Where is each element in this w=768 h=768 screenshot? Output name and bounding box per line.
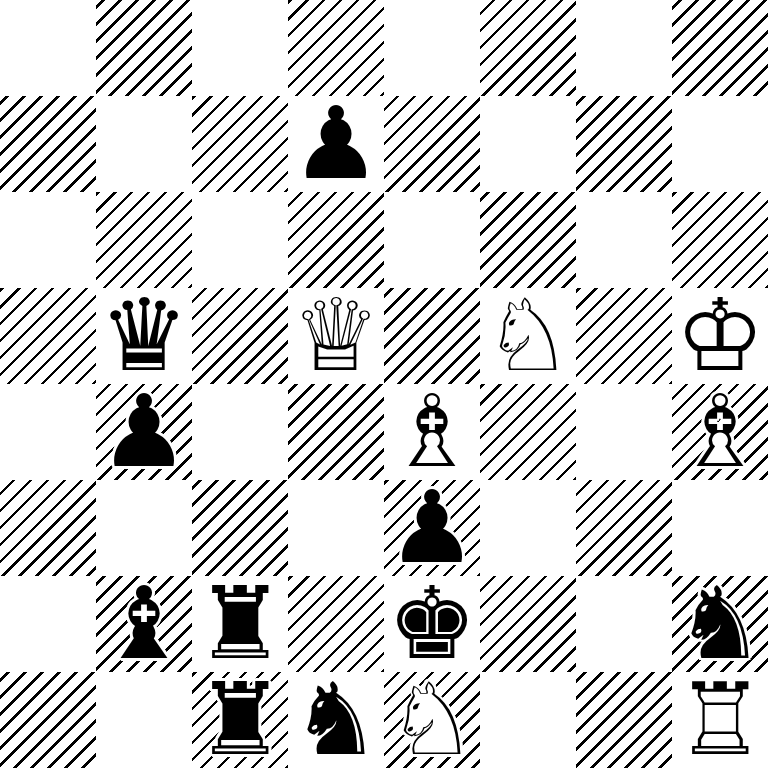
piece-bQ-b5[interactable]: ♛♛: [96, 288, 192, 384]
square-f8[interactable]: [480, 0, 576, 96]
square-e4[interactable]: ♝♗: [384, 384, 480, 480]
square-c3[interactable]: [192, 480, 288, 576]
square-c8[interactable]: [192, 0, 288, 96]
piece-bR-c1[interactable]: ♜♜: [192, 672, 288, 768]
square-h5[interactable]: ♚♔: [672, 288, 768, 384]
square-f2[interactable]: [480, 576, 576, 672]
piece-wB-h4[interactable]: ♝♗: [672, 384, 768, 480]
square-d7[interactable]: ♟♟: [288, 96, 384, 192]
square-b1[interactable]: [96, 672, 192, 768]
square-c4[interactable]: [192, 384, 288, 480]
square-f4[interactable]: [480, 384, 576, 480]
square-f6[interactable]: [480, 192, 576, 288]
square-e3[interactable]: ♟♟: [384, 480, 480, 576]
piece-glyph: ♘: [384, 672, 480, 768]
square-e8[interactable]: [384, 0, 480, 96]
square-h4[interactable]: ♝♗: [672, 384, 768, 480]
piece-glyph: ♜: [192, 576, 288, 672]
square-c7[interactable]: [192, 96, 288, 192]
square-a5[interactable]: [0, 288, 96, 384]
square-f1[interactable]: [480, 672, 576, 768]
piece-glyph: ♕: [288, 288, 384, 384]
square-d1[interactable]: ♞♞: [288, 672, 384, 768]
square-c6[interactable]: [192, 192, 288, 288]
square-g5[interactable]: [576, 288, 672, 384]
square-c1[interactable]: ♜♜: [192, 672, 288, 768]
piece-bP-e3[interactable]: ♟♟: [384, 480, 480, 576]
piece-bR-c2[interactable]: ♜♜: [192, 576, 288, 672]
piece-glyph: ♔: [672, 288, 768, 384]
square-h8[interactable]: [672, 0, 768, 96]
square-a3[interactable]: [0, 480, 96, 576]
piece-glyph: ♝: [96, 576, 192, 672]
piece-wR-h1[interactable]: ♜♖: [672, 672, 768, 768]
square-g4[interactable]: [576, 384, 672, 480]
square-f3[interactable]: [480, 480, 576, 576]
square-d5[interactable]: ♛♕: [288, 288, 384, 384]
square-f7[interactable]: [480, 96, 576, 192]
square-a1[interactable]: [0, 672, 96, 768]
piece-wK-h5[interactable]: ♚♔: [672, 288, 768, 384]
square-g7[interactable]: [576, 96, 672, 192]
square-h6[interactable]: [672, 192, 768, 288]
piece-glyph: ♗: [384, 384, 480, 480]
piece-glyph: ♘: [480, 288, 576, 384]
piece-glyph: ♜: [192, 672, 288, 768]
square-b2[interactable]: ♝♝: [96, 576, 192, 672]
piece-glyph: ♛: [96, 288, 192, 384]
square-a4[interactable]: [0, 384, 96, 480]
square-b7[interactable]: [96, 96, 192, 192]
square-g2[interactable]: [576, 576, 672, 672]
piece-glyph: ♟: [384, 480, 480, 576]
square-a6[interactable]: [0, 192, 96, 288]
piece-glyph: ♗: [672, 384, 768, 480]
square-h3[interactable]: [672, 480, 768, 576]
square-h7[interactable]: [672, 96, 768, 192]
square-g8[interactable]: [576, 0, 672, 96]
piece-bK-e2[interactable]: ♚♚: [384, 576, 480, 672]
square-e7[interactable]: [384, 96, 480, 192]
square-d4[interactable]: [288, 384, 384, 480]
piece-glyph: ♚: [384, 576, 480, 672]
piece-wQ-d5[interactable]: ♛♕: [288, 288, 384, 384]
square-b6[interactable]: [96, 192, 192, 288]
square-d3[interactable]: [288, 480, 384, 576]
square-b4[interactable]: ♟♟: [96, 384, 192, 480]
square-b8[interactable]: [96, 0, 192, 96]
piece-wN-f5[interactable]: ♞♘: [480, 288, 576, 384]
piece-glyph: ♟: [96, 384, 192, 480]
piece-wN-e1[interactable]: ♞♘: [384, 672, 480, 768]
piece-glyph: ♟: [288, 96, 384, 192]
square-h2[interactable]: ♞♞: [672, 576, 768, 672]
chess-board: ♟♟♛♛♛♕♞♘♚♔♟♟♝♗♝♗♟♟♝♝♜♜♚♚♞♞♜♜♞♞♞♘♜♖: [0, 0, 768, 768]
piece-bP-b4[interactable]: ♟♟: [96, 384, 192, 480]
square-b3[interactable]: [96, 480, 192, 576]
square-a7[interactable]: [0, 96, 96, 192]
piece-bN-h2[interactable]: ♞♞: [672, 576, 768, 672]
square-d8[interactable]: [288, 0, 384, 96]
square-d2[interactable]: [288, 576, 384, 672]
piece-bN-d1[interactable]: ♞♞: [288, 672, 384, 768]
square-e1[interactable]: ♞♘: [384, 672, 480, 768]
piece-wB-e4[interactable]: ♝♗: [384, 384, 480, 480]
square-c5[interactable]: [192, 288, 288, 384]
square-a2[interactable]: [0, 576, 96, 672]
square-g3[interactable]: [576, 480, 672, 576]
square-e2[interactable]: ♚♚: [384, 576, 480, 672]
piece-glyph: ♞: [672, 576, 768, 672]
square-g6[interactable]: [576, 192, 672, 288]
square-f5[interactable]: ♞♘: [480, 288, 576, 384]
square-b5[interactable]: ♛♛: [96, 288, 192, 384]
square-h1[interactable]: ♜♖: [672, 672, 768, 768]
square-g1[interactable]: [576, 672, 672, 768]
piece-glyph: ♞: [288, 672, 384, 768]
piece-bP-d7[interactable]: ♟♟: [288, 96, 384, 192]
square-c2[interactable]: ♜♜: [192, 576, 288, 672]
piece-bB-b2[interactable]: ♝♝: [96, 576, 192, 672]
square-d6[interactable]: [288, 192, 384, 288]
square-e5[interactable]: [384, 288, 480, 384]
square-a8[interactable]: [0, 0, 96, 96]
piece-glyph: ♖: [672, 672, 768, 768]
square-e6[interactable]: [384, 192, 480, 288]
